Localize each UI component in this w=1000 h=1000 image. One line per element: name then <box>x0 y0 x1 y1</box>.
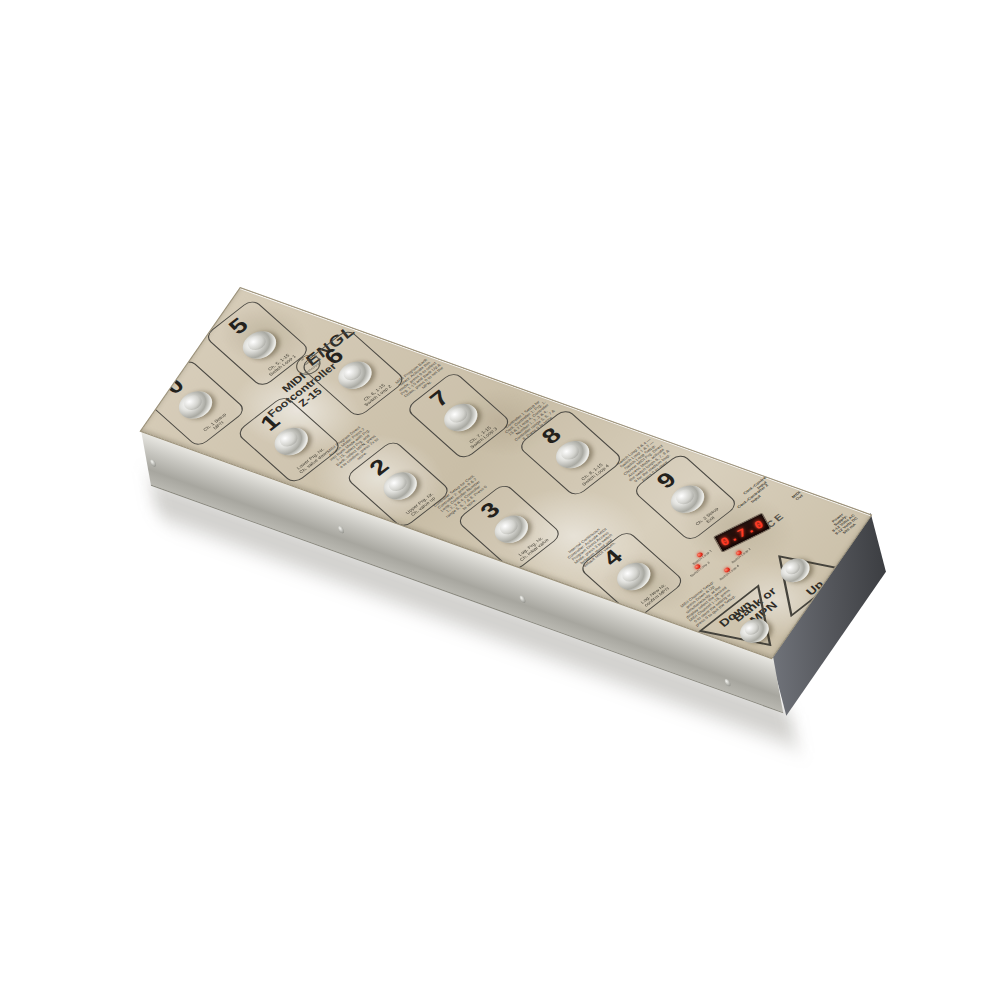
footswitch-6: 6 Ch. 6, 1-15Switch Loop 2 <box>299 328 407 419</box>
footswitch-1-number: 1 <box>256 411 284 435</box>
footswitch-2-number: 2 <box>365 455 393 479</box>
screw <box>338 525 345 534</box>
product-photo-engl-z15: ENGL® AmpTechnology MIDI Footcontroller … <box>0 0 1000 1000</box>
registered-mark: ® <box>350 320 358 328</box>
footswitch-5: 5 Ch. 5, 1-15Switch Loop 1 <box>204 298 312 389</box>
footswitch-0: 0 Ch. 1 SetupMPN <box>140 358 248 449</box>
midi-out-label: MIDIOut <box>791 491 804 502</box>
screw <box>150 459 157 468</box>
screw <box>724 678 731 687</box>
footswitch-6-number: 6 <box>320 344 348 368</box>
footswitch-0-number: 0 <box>160 374 188 398</box>
footswitch-3-number: 3 <box>476 499 504 523</box>
screw <box>519 595 526 604</box>
power-supply-label: PowerSupply: 9-12 Volts AC9-12 Volts DC … <box>826 509 862 539</box>
footswitch-5-number: 5 <box>224 314 252 338</box>
footswitch-7-number: 7 <box>426 387 454 411</box>
